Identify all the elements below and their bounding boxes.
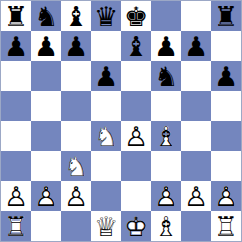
white-pawn[interactable]: ♟♙ bbox=[121, 121, 151, 151]
white-knight[interactable]: ♞♘ bbox=[91, 121, 121, 151]
piece-outline: ♙ bbox=[151, 181, 181, 211]
piece-fill: ♞ bbox=[91, 121, 121, 151]
white-rook[interactable]: ♜♖ bbox=[211, 211, 241, 241]
square-e5[interactable] bbox=[121, 91, 151, 121]
square-g3[interactable] bbox=[181, 151, 211, 181]
white-rook[interactable]: ♜♖ bbox=[1, 211, 31, 241]
square-h2[interactable]: ♟♙ bbox=[211, 181, 241, 211]
piece-glyph: ♝ bbox=[121, 31, 151, 61]
black-rook[interactable]: ♜ bbox=[211, 1, 241, 31]
piece-fill: ♛ bbox=[91, 211, 121, 241]
square-g8[interactable] bbox=[181, 1, 211, 31]
square-c3[interactable]: ♞♘ bbox=[61, 151, 91, 181]
white-pawn[interactable]: ♟♙ bbox=[31, 181, 61, 211]
chess-board: ♜♞♝♛♚♜♟♟♟♝♟♟♟♞♟♞♘♟♙♝♗♞♘♟♙♟♙♟♙♟♙♟♙♟♙♜♖♛♕♚… bbox=[0, 0, 242, 242]
piece-outline: ♕ bbox=[91, 211, 121, 241]
square-f8[interactable] bbox=[151, 1, 181, 31]
black-king[interactable]: ♚ bbox=[121, 1, 151, 31]
piece-fill: ♚ bbox=[121, 211, 151, 241]
piece-fill: ♝ bbox=[151, 211, 181, 241]
square-d8[interactable]: ♛ bbox=[91, 1, 121, 31]
square-d5[interactable] bbox=[91, 91, 121, 121]
black-pawn[interactable]: ♟ bbox=[151, 31, 181, 61]
white-queen[interactable]: ♛♕ bbox=[91, 211, 121, 241]
piece-fill: ♜ bbox=[211, 211, 241, 241]
piece-fill: ♝ bbox=[151, 121, 181, 151]
square-a3[interactable] bbox=[1, 151, 31, 181]
piece-glyph: ♟ bbox=[181, 31, 211, 61]
piece-glyph: ♞ bbox=[31, 1, 61, 31]
black-pawn[interactable]: ♟ bbox=[31, 31, 61, 61]
piece-outline: ♘ bbox=[61, 151, 91, 181]
piece-outline: ♗ bbox=[151, 211, 181, 241]
square-c1[interactable] bbox=[61, 211, 91, 241]
square-h6[interactable]: ♟ bbox=[211, 61, 241, 91]
piece-fill: ♟ bbox=[121, 121, 151, 151]
piece-fill: ♟ bbox=[151, 181, 181, 211]
piece-glyph: ♚ bbox=[121, 1, 151, 31]
piece-fill: ♜ bbox=[1, 211, 31, 241]
black-rook[interactable]: ♜ bbox=[1, 1, 31, 31]
square-h5[interactable] bbox=[211, 91, 241, 121]
square-e7[interactable]: ♝ bbox=[121, 31, 151, 61]
piece-glyph: ♟ bbox=[91, 61, 121, 91]
piece-glyph: ♝ bbox=[61, 1, 91, 31]
square-c2[interactable]: ♟♙ bbox=[61, 181, 91, 211]
square-h1[interactable]: ♜♖ bbox=[211, 211, 241, 241]
piece-outline: ♗ bbox=[151, 121, 181, 151]
square-d2[interactable] bbox=[91, 181, 121, 211]
square-d6[interactable]: ♟ bbox=[91, 61, 121, 91]
black-pawn[interactable]: ♟ bbox=[91, 61, 121, 91]
white-king[interactable]: ♚♔ bbox=[121, 211, 151, 241]
piece-glyph: ♜ bbox=[1, 1, 31, 31]
piece-fill: ♞ bbox=[61, 151, 91, 181]
square-e2[interactable] bbox=[121, 181, 151, 211]
square-a8[interactable]: ♜ bbox=[1, 1, 31, 31]
square-g5[interactable] bbox=[181, 91, 211, 121]
piece-fill: ♟ bbox=[181, 181, 211, 211]
square-c5[interactable] bbox=[61, 91, 91, 121]
square-b6[interactable] bbox=[31, 61, 61, 91]
black-knight[interactable]: ♞ bbox=[31, 1, 61, 31]
black-bishop[interactable]: ♝ bbox=[61, 1, 91, 31]
square-e1[interactable]: ♚♔ bbox=[121, 211, 151, 241]
white-bishop[interactable]: ♝♗ bbox=[151, 121, 181, 151]
piece-glyph: ♟ bbox=[61, 31, 91, 61]
square-b3[interactable] bbox=[31, 151, 61, 181]
square-e3[interactable] bbox=[121, 151, 151, 181]
piece-fill: ♟ bbox=[31, 181, 61, 211]
square-f3[interactable] bbox=[151, 151, 181, 181]
white-pawn[interactable]: ♟♙ bbox=[1, 181, 31, 211]
piece-glyph: ♟ bbox=[1, 31, 31, 61]
square-b7[interactable]: ♟ bbox=[31, 31, 61, 61]
white-pawn[interactable]: ♟♙ bbox=[181, 181, 211, 211]
square-f6[interactable]: ♞ bbox=[151, 61, 181, 91]
piece-glyph: ♜ bbox=[211, 1, 241, 31]
piece-outline: ♘ bbox=[91, 121, 121, 151]
piece-outline: ♙ bbox=[1, 181, 31, 211]
square-f5[interactable] bbox=[151, 91, 181, 121]
piece-glyph: ♟ bbox=[31, 31, 61, 61]
piece-outline: ♙ bbox=[211, 181, 241, 211]
square-a2[interactable]: ♟♙ bbox=[1, 181, 31, 211]
piece-outline: ♙ bbox=[181, 181, 211, 211]
square-c7[interactable]: ♟ bbox=[61, 31, 91, 61]
piece-outline: ♙ bbox=[31, 181, 61, 211]
piece-fill: ♟ bbox=[211, 181, 241, 211]
square-d3[interactable] bbox=[91, 151, 121, 181]
square-f2[interactable]: ♟♙ bbox=[151, 181, 181, 211]
square-f7[interactable]: ♟ bbox=[151, 31, 181, 61]
black-pawn[interactable]: ♟ bbox=[181, 31, 211, 61]
square-f1[interactable]: ♝♗ bbox=[151, 211, 181, 241]
piece-outline: ♙ bbox=[61, 181, 91, 211]
white-knight[interactable]: ♞♘ bbox=[61, 151, 91, 181]
square-c4[interactable] bbox=[61, 121, 91, 151]
square-d1[interactable]: ♛♕ bbox=[91, 211, 121, 241]
square-a7[interactable]: ♟ bbox=[1, 31, 31, 61]
square-e4[interactable]: ♟♙ bbox=[121, 121, 151, 151]
square-g2[interactable]: ♟♙ bbox=[181, 181, 211, 211]
square-a4[interactable] bbox=[1, 121, 31, 151]
square-g7[interactable]: ♟ bbox=[181, 31, 211, 61]
black-pawn[interactable]: ♟ bbox=[211, 61, 241, 91]
piece-glyph: ♟ bbox=[211, 61, 241, 91]
square-b1[interactable] bbox=[31, 211, 61, 241]
square-c8[interactable]: ♝ bbox=[61, 1, 91, 31]
square-b2[interactable]: ♟♙ bbox=[31, 181, 61, 211]
square-h3[interactable] bbox=[211, 151, 241, 181]
square-b5[interactable] bbox=[31, 91, 61, 121]
square-g6[interactable] bbox=[181, 61, 211, 91]
white-pawn[interactable]: ♟♙ bbox=[151, 181, 181, 211]
square-d4[interactable]: ♞♘ bbox=[91, 121, 121, 151]
piece-fill: ♟ bbox=[1, 181, 31, 211]
white-pawn[interactable]: ♟♙ bbox=[211, 181, 241, 211]
piece-glyph: ♛ bbox=[91, 1, 121, 31]
piece-outline: ♖ bbox=[211, 211, 241, 241]
square-c6[interactable] bbox=[61, 61, 91, 91]
black-queen[interactable]: ♛ bbox=[91, 1, 121, 31]
square-b4[interactable] bbox=[31, 121, 61, 151]
black-knight[interactable]: ♞ bbox=[151, 61, 181, 91]
piece-outline: ♖ bbox=[1, 211, 31, 241]
square-b8[interactable]: ♞ bbox=[31, 1, 61, 31]
square-h4[interactable] bbox=[211, 121, 241, 151]
square-g4[interactable] bbox=[181, 121, 211, 151]
square-a6[interactable] bbox=[1, 61, 31, 91]
square-a1[interactable]: ♜♖ bbox=[1, 211, 31, 241]
square-h7[interactable] bbox=[211, 31, 241, 61]
square-a5[interactable] bbox=[1, 91, 31, 121]
white-pawn[interactable]: ♟♙ bbox=[61, 181, 91, 211]
piece-glyph: ♟ bbox=[151, 31, 181, 61]
square-g1[interactable] bbox=[181, 211, 211, 241]
square-h8[interactable]: ♜ bbox=[211, 1, 241, 31]
black-pawn[interactable]: ♟ bbox=[61, 31, 91, 61]
square-d7[interactable] bbox=[91, 31, 121, 61]
piece-outline: ♙ bbox=[121, 121, 151, 151]
black-bishop[interactable]: ♝ bbox=[121, 31, 151, 61]
piece-fill: ♟ bbox=[61, 181, 91, 211]
white-bishop[interactable]: ♝♗ bbox=[151, 211, 181, 241]
square-e8[interactable]: ♚ bbox=[121, 1, 151, 31]
square-f4[interactable]: ♝♗ bbox=[151, 121, 181, 151]
black-pawn[interactable]: ♟ bbox=[1, 31, 31, 61]
square-e6[interactable] bbox=[121, 61, 151, 91]
piece-outline: ♔ bbox=[121, 211, 151, 241]
piece-glyph: ♞ bbox=[151, 61, 181, 91]
